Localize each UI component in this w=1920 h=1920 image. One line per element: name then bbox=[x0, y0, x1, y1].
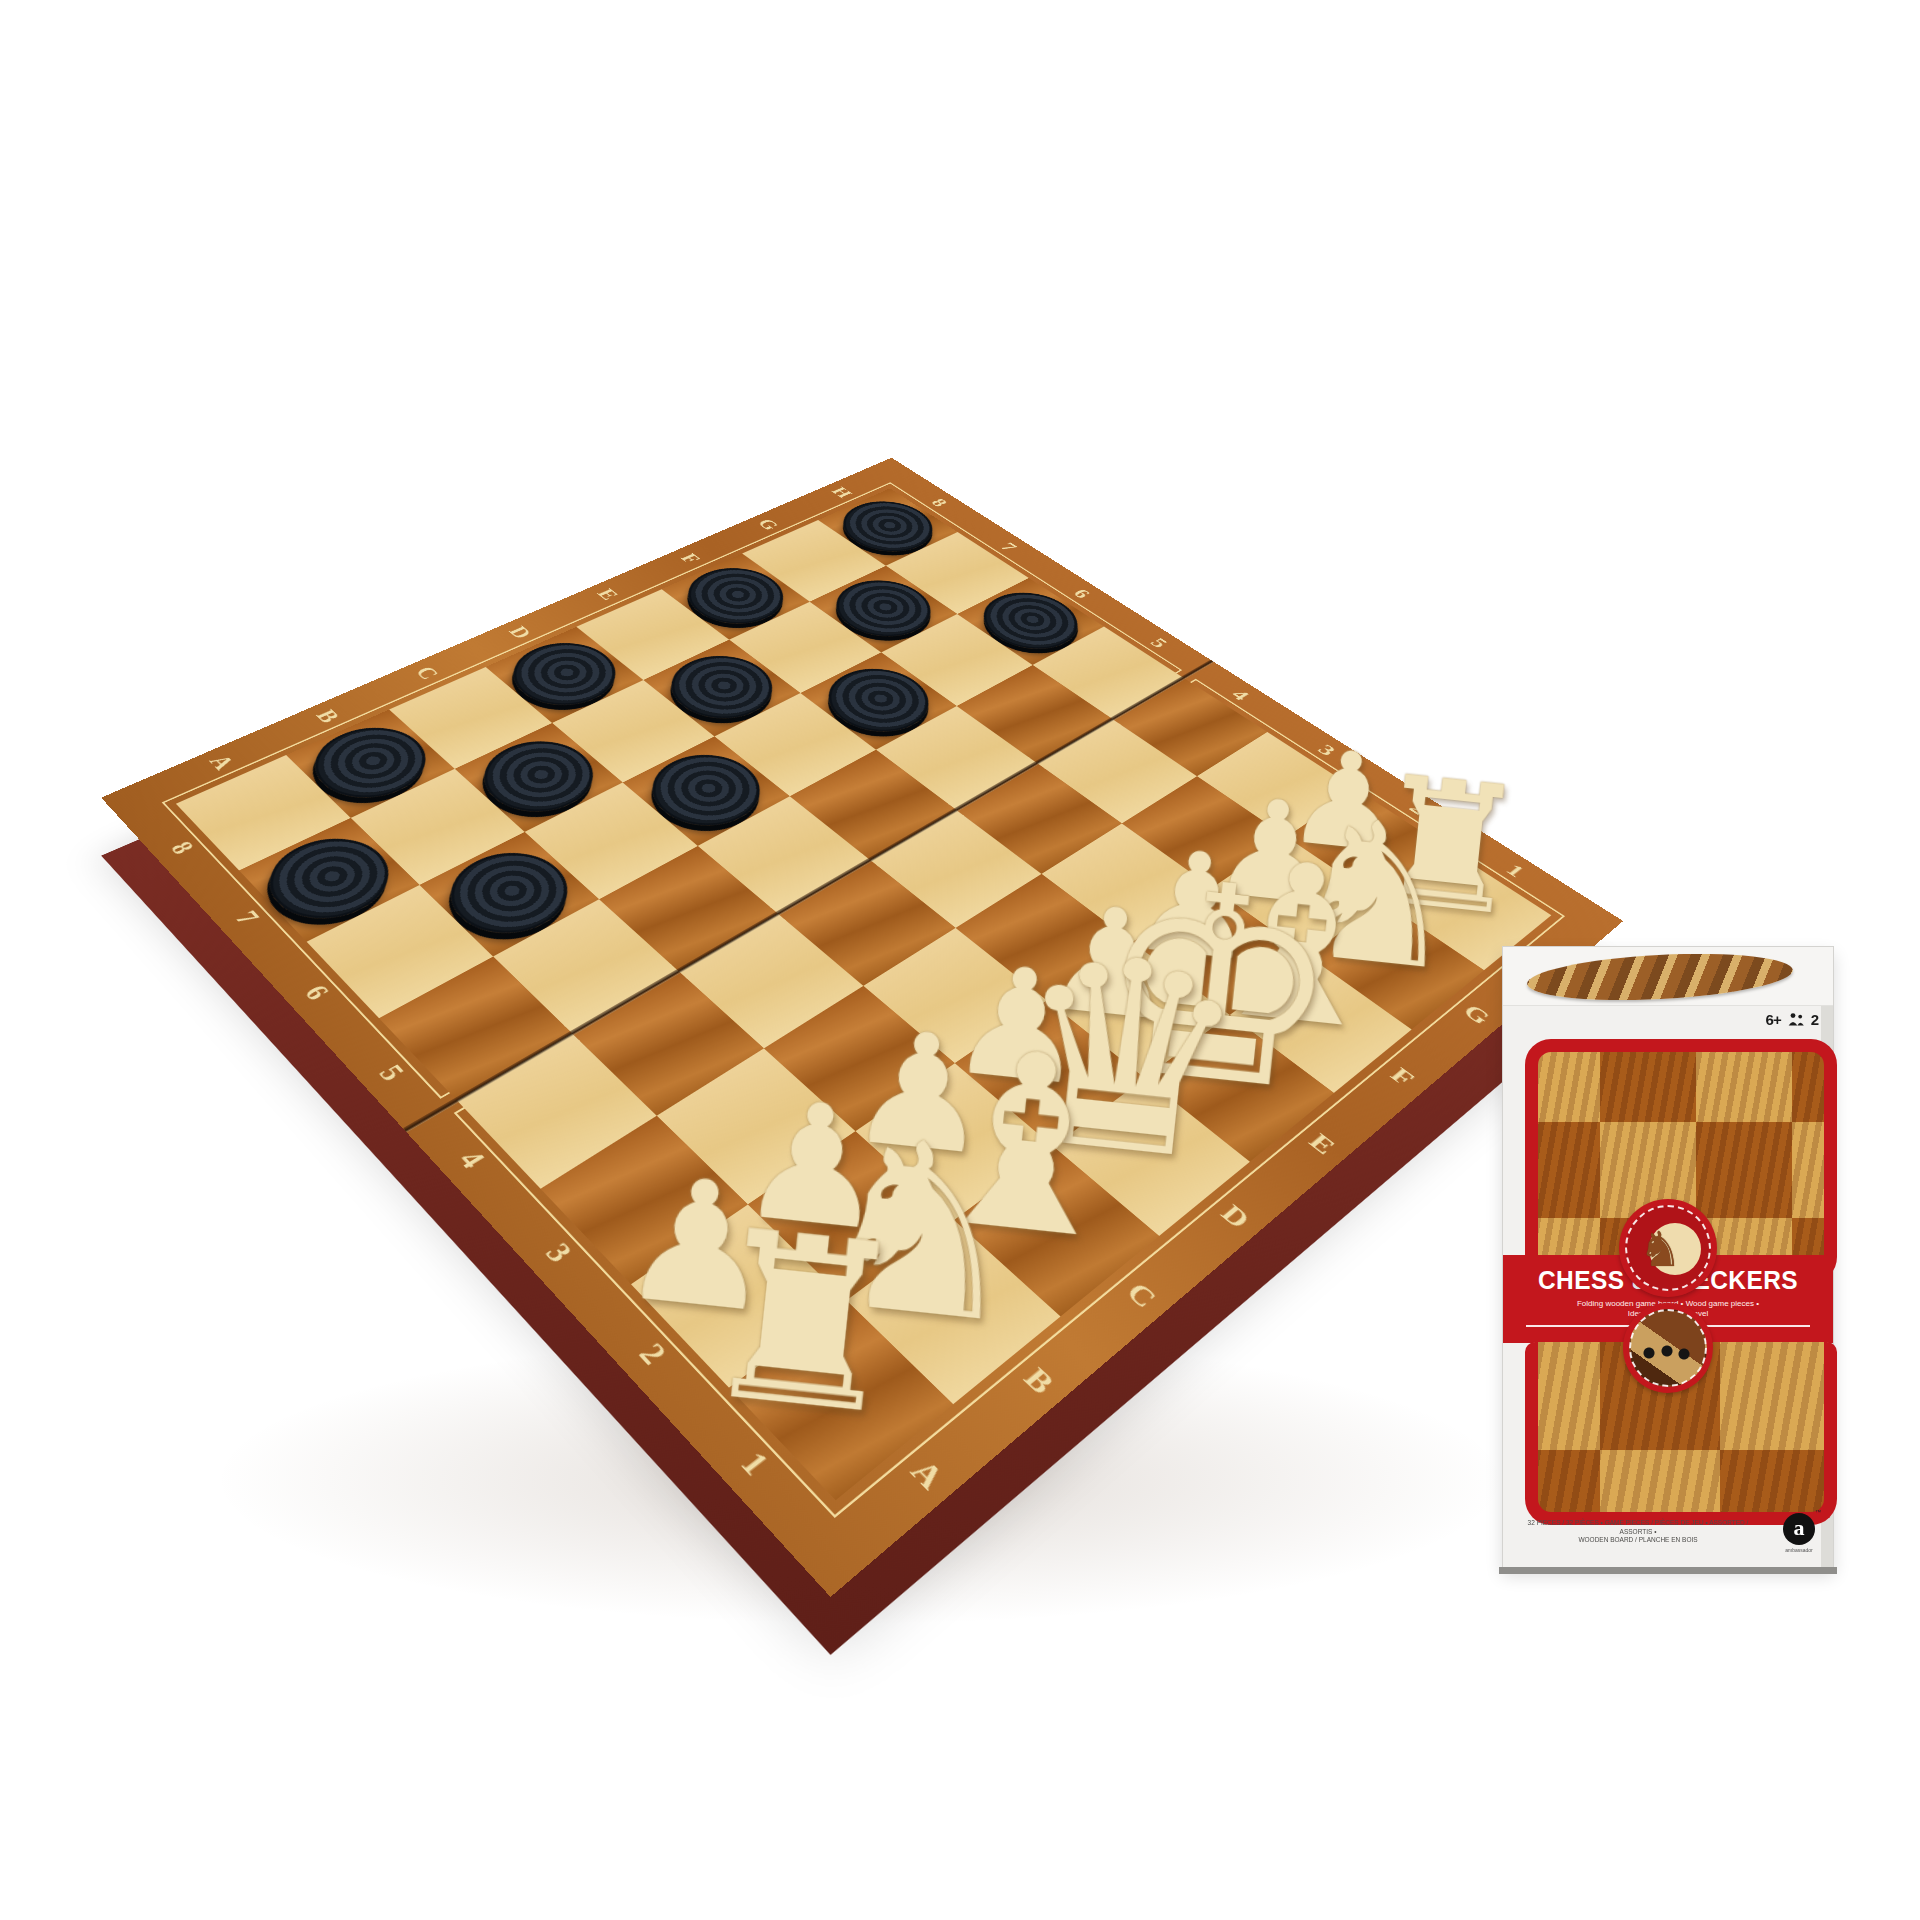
square-d8 bbox=[486, 627, 644, 723]
label-file-right-F: F bbox=[1377, 1057, 1428, 1096]
knight-medallion: ♞ bbox=[1619, 1199, 1717, 1297]
square-b7 bbox=[351, 769, 525, 885]
checkers-medallion bbox=[1623, 1303, 1713, 1393]
fineprint-line-1: 32 PIECES / 32 PIÈCES • GAME PIECES / PI… bbox=[1513, 1519, 1763, 1536]
knight-icon: ♞ bbox=[1639, 1221, 1682, 1277]
product-photo-scene: ♟♜♟♞♟♝♟♚♟♛♟♝♟♞♟♜ HH88GG77FF66EE55DD44CC3… bbox=[0, 0, 1920, 1920]
brand-logo: a bbox=[1783, 1513, 1815, 1545]
label-file-right-E: E bbox=[1296, 1123, 1349, 1165]
box-fineprint: 32 PIECES / 32 PIÈCES • GAME PIECES / PI… bbox=[1513, 1519, 1763, 1545]
brand-word: ambassador bbox=[1777, 1547, 1821, 1553]
label-rank-bottom-6: 6 bbox=[291, 974, 342, 1012]
players-count: 2 bbox=[1811, 1011, 1819, 1028]
checkers-photo-icon bbox=[1641, 1345, 1695, 1361]
white-rook-a1: ♜ bbox=[690, 1203, 920, 1444]
players-icon bbox=[1788, 1013, 1804, 1026]
box-top-face bbox=[1503, 947, 1833, 1006]
product-box: 6+ 2 ♞ CHESS & CHECKERS Folding wooden g… bbox=[1502, 946, 1834, 1568]
fineprint-line-2: WOODEN BOARD / PLANCHE EN BOIS bbox=[1513, 1536, 1763, 1545]
folded-board-edge-icon bbox=[1526, 948, 1794, 1006]
box-base-edge bbox=[1499, 1567, 1837, 1574]
age-badge: 6+ bbox=[1766, 1011, 1781, 1028]
trademark-symbol: ™ bbox=[1815, 1509, 1821, 1515]
label-file-right-B: B bbox=[1009, 1355, 1069, 1408]
box-badges: 6+ 2 bbox=[1766, 1011, 1819, 1028]
